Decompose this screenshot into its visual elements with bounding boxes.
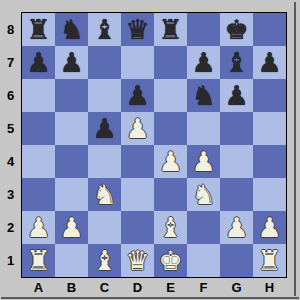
square-d3[interactable] xyxy=(121,178,154,211)
black-pawn-g6: ♟ xyxy=(224,79,248,112)
square-c1[interactable]: ♝ xyxy=(88,244,121,277)
square-e8[interactable]: ♜ xyxy=(154,13,187,46)
white-knight-c3: ♞ xyxy=(92,178,116,211)
white-pawn-e4: ♟ xyxy=(158,145,182,178)
square-a7[interactable]: ♟ xyxy=(22,46,55,79)
square-d6[interactable]: ♟ xyxy=(121,79,154,112)
square-e2[interactable]: ♝ xyxy=(154,211,187,244)
square-c3[interactable]: ♞ xyxy=(88,178,121,211)
white-pawn-h2: ♟ xyxy=(257,211,281,244)
square-g7[interactable]: ♝ xyxy=(220,46,253,79)
square-h8[interactable] xyxy=(253,13,286,46)
square-b3[interactable] xyxy=(55,178,88,211)
white-queen-d1: ♛ xyxy=(125,244,149,277)
black-bishop-g7: ♝ xyxy=(224,46,248,79)
square-e3[interactable] xyxy=(154,178,187,211)
rank-label-1: 1 xyxy=(0,244,21,277)
square-h3[interactable] xyxy=(253,178,286,211)
square-h6[interactable] xyxy=(253,79,286,112)
rank-labels: 87654321 xyxy=(0,13,21,277)
file-label-e: E xyxy=(154,279,187,296)
black-rook-a8: ♜ xyxy=(26,13,50,46)
white-pawn-f4: ♟ xyxy=(191,145,215,178)
square-f4[interactable]: ♟ xyxy=(187,145,220,178)
square-b5[interactable] xyxy=(55,112,88,145)
square-e5[interactable] xyxy=(154,112,187,145)
black-knight-b8: ♞ xyxy=(59,13,83,46)
square-d5[interactable]: ♟ xyxy=(121,112,154,145)
file-labels: ABCDEFGH xyxy=(22,279,286,296)
square-g2[interactable]: ♟ xyxy=(220,211,253,244)
rank-label-3: 3 xyxy=(0,178,21,211)
white-pawn-b2: ♟ xyxy=(59,211,83,244)
square-c5[interactable]: ♟ xyxy=(88,112,121,145)
file-label-c: C xyxy=(88,279,121,296)
square-h7[interactable]: ♟ xyxy=(253,46,286,79)
file-label-d: D xyxy=(121,279,154,296)
square-g3[interactable] xyxy=(220,178,253,211)
white-pawn-d5: ♟ xyxy=(125,112,149,145)
square-f3[interactable]: ♞ xyxy=(187,178,220,211)
square-c7[interactable] xyxy=(88,46,121,79)
square-a3[interactable] xyxy=(22,178,55,211)
black-queen-d8: ♛ xyxy=(125,13,149,46)
square-b4[interactable] xyxy=(55,145,88,178)
square-f2[interactable] xyxy=(187,211,220,244)
square-b6[interactable] xyxy=(55,79,88,112)
square-a6[interactable] xyxy=(22,79,55,112)
file-label-a: A xyxy=(22,279,55,296)
square-e1[interactable]: ♚ xyxy=(154,244,187,277)
rank-label-6: 6 xyxy=(0,79,21,112)
black-pawn-c5: ♟ xyxy=(92,112,116,145)
square-b8[interactable]: ♞ xyxy=(55,13,88,46)
square-d7[interactable] xyxy=(121,46,154,79)
file-label-b: B xyxy=(55,279,88,296)
file-label-h: H xyxy=(253,279,286,296)
square-f8[interactable] xyxy=(187,13,220,46)
square-b7[interactable]: ♟ xyxy=(55,46,88,79)
file-label-f: F xyxy=(187,279,220,296)
square-h5[interactable] xyxy=(253,112,286,145)
square-c2[interactable] xyxy=(88,211,121,244)
square-c8[interactable]: ♝ xyxy=(88,13,121,46)
square-f5[interactable] xyxy=(187,112,220,145)
chessboard: ♜♞♝♛♜♚♟♟♟♝♟♟♞♟♟♟♟♟♞♞♟♟♝♟♟♜♝♛♚♜ xyxy=(21,12,287,278)
square-d1[interactable]: ♛ xyxy=(121,244,154,277)
square-e6[interactable] xyxy=(154,79,187,112)
square-g5[interactable] xyxy=(220,112,253,145)
rank-label-4: 4 xyxy=(0,145,21,178)
file-label-g: G xyxy=(220,279,253,296)
square-a1[interactable]: ♜ xyxy=(22,244,55,277)
square-h2[interactable]: ♟ xyxy=(253,211,286,244)
white-pawn-g2: ♟ xyxy=(224,211,248,244)
square-c4[interactable] xyxy=(88,145,121,178)
black-rook-e8: ♜ xyxy=(158,13,182,46)
white-bishop-c1: ♝ xyxy=(92,244,116,277)
rank-label-5: 5 xyxy=(0,112,21,145)
square-e4[interactable]: ♟ xyxy=(154,145,187,178)
white-king-e1: ♚ xyxy=(158,244,182,277)
black-pawn-d6: ♟ xyxy=(125,79,149,112)
square-d8[interactable]: ♛ xyxy=(121,13,154,46)
square-a2[interactable]: ♟ xyxy=(22,211,55,244)
square-b2[interactable]: ♟ xyxy=(55,211,88,244)
black-bishop-c8: ♝ xyxy=(92,13,116,46)
square-g8[interactable]: ♚ xyxy=(220,13,253,46)
black-king-g8: ♚ xyxy=(224,13,248,46)
black-pawn-h7: ♟ xyxy=(257,46,281,79)
square-h1[interactable]: ♜ xyxy=(253,244,286,277)
white-knight-f3: ♞ xyxy=(191,178,215,211)
white-rook-h1: ♜ xyxy=(257,244,281,277)
white-pawn-a2: ♟ xyxy=(26,211,50,244)
square-d4[interactable] xyxy=(121,145,154,178)
rank-label-2: 2 xyxy=(0,211,21,244)
square-d2[interactable] xyxy=(121,211,154,244)
square-g4[interactable] xyxy=(220,145,253,178)
square-e7[interactable] xyxy=(154,46,187,79)
rank-label-8: 8 xyxy=(0,13,21,46)
chessboard-frame: 87654321 ♜♞♝♛♜♚♟♟♟♝♟♟♞♟♟♟♟♟♞♞♟♟♝♟♟♜♝♛♚♜ … xyxy=(0,0,300,300)
square-f6[interactable]: ♞ xyxy=(187,79,220,112)
square-a5[interactable] xyxy=(22,112,55,145)
square-a4[interactable] xyxy=(22,145,55,178)
square-g1[interactable] xyxy=(220,244,253,277)
black-knight-f6: ♞ xyxy=(191,79,215,112)
rank-label-7: 7 xyxy=(0,46,21,79)
white-bishop-e2: ♝ xyxy=(158,211,182,244)
white-rook-a1: ♜ xyxy=(26,244,50,277)
black-pawn-f7: ♟ xyxy=(191,46,215,79)
square-h4[interactable] xyxy=(253,145,286,178)
black-pawn-b7: ♟ xyxy=(59,46,83,79)
black-pawn-a7: ♟ xyxy=(26,46,50,79)
frame-bevel-bottom xyxy=(1,297,299,299)
square-b1[interactable] xyxy=(55,244,88,277)
square-c6[interactable] xyxy=(88,79,121,112)
frame-bevel-right xyxy=(294,2,296,296)
square-f7[interactable]: ♟ xyxy=(187,46,220,79)
square-f1[interactable] xyxy=(187,244,220,277)
square-g6[interactable]: ♟ xyxy=(220,79,253,112)
square-a8[interactable]: ♜ xyxy=(22,13,55,46)
